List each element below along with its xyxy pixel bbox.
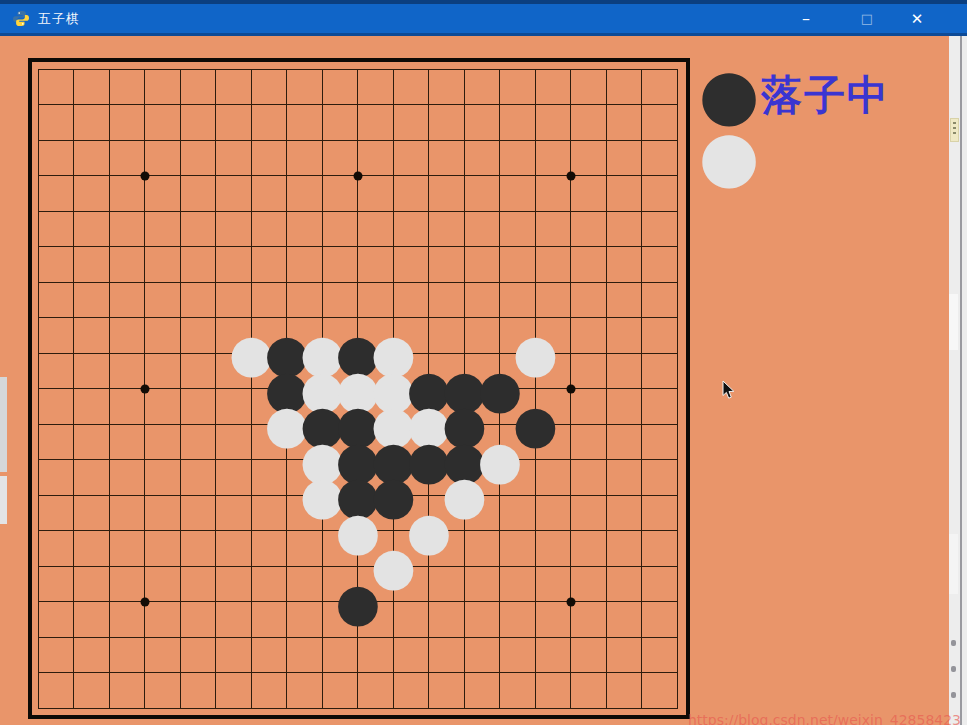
board-cell[interactable] <box>428 140 464 176</box>
board-cell[interactable] <box>144 388 180 424</box>
board-cell[interactable] <box>38 388 74 424</box>
board-cell[interactable] <box>393 211 429 247</box>
board-cell[interactable] <box>357 175 393 211</box>
board-cell[interactable] <box>251 353 287 389</box>
board-cell[interactable] <box>464 495 500 531</box>
board-cell[interactable] <box>215 246 251 282</box>
board-cell[interactable] <box>499 211 535 247</box>
board-cell[interactable] <box>180 246 216 282</box>
board-cell[interactable] <box>464 104 500 140</box>
board-cell[interactable] <box>180 317 216 353</box>
board-cell[interactable] <box>251 282 287 318</box>
board-cell[interactable] <box>73 672 109 708</box>
board-cell[interactable] <box>499 566 535 602</box>
board-cell[interactable] <box>109 388 145 424</box>
board-cell[interactable] <box>180 175 216 211</box>
board-cell[interactable] <box>535 495 571 531</box>
board-cell[interactable] <box>393 530 429 566</box>
board-cell[interactable] <box>606 424 642 460</box>
board-cell[interactable] <box>357 495 393 531</box>
board-cell[interactable] <box>641 211 677 247</box>
board-cell[interactable] <box>215 530 251 566</box>
board-cell[interactable] <box>606 601 642 637</box>
board-cell[interactable] <box>180 353 216 389</box>
board-cell[interactable] <box>322 211 358 247</box>
board-cell[interactable] <box>215 175 251 211</box>
board-cell[interactable] <box>606 104 642 140</box>
board-cell[interactable] <box>464 282 500 318</box>
board-cell[interactable] <box>73 140 109 176</box>
board-cell[interactable] <box>535 566 571 602</box>
board-cell[interactable] <box>606 566 642 602</box>
board-cell[interactable] <box>464 566 500 602</box>
board-cell[interactable] <box>641 69 677 105</box>
board-cell[interactable] <box>535 211 571 247</box>
board-cell[interactable] <box>606 246 642 282</box>
board-cell[interactable] <box>144 637 180 673</box>
board-cell[interactable] <box>641 388 677 424</box>
board-cell[interactable] <box>215 69 251 105</box>
board-cell[interactable] <box>180 566 216 602</box>
minimize-button[interactable]: – <box>783 4 829 33</box>
board-cell[interactable] <box>464 637 500 673</box>
board-cell[interactable] <box>286 424 322 460</box>
board-cell[interactable] <box>499 104 535 140</box>
board-cell[interactable] <box>535 69 571 105</box>
board-cell[interactable] <box>286 459 322 495</box>
board-cell[interactable] <box>109 459 145 495</box>
board-cell[interactable] <box>641 459 677 495</box>
board-cell[interactable] <box>38 637 74 673</box>
board-cell[interactable] <box>215 353 251 389</box>
board-cell[interactable] <box>144 246 180 282</box>
board-cell[interactable] <box>357 601 393 637</box>
board-cell[interactable] <box>393 566 429 602</box>
board-cell[interactable] <box>215 140 251 176</box>
board-cell[interactable] <box>251 211 287 247</box>
board-cell[interactable] <box>73 424 109 460</box>
board-cell[interactable] <box>322 104 358 140</box>
board-cell[interactable] <box>499 530 535 566</box>
board-cell[interactable] <box>180 672 216 708</box>
board-cell[interactable] <box>144 601 180 637</box>
board-cell[interactable] <box>215 104 251 140</box>
board-cell[interactable] <box>38 601 74 637</box>
board-cell[interactable] <box>641 282 677 318</box>
board-cell[interactable] <box>606 495 642 531</box>
board-cell[interactable] <box>499 601 535 637</box>
board-cell[interactable] <box>144 140 180 176</box>
board-cell[interactable] <box>251 672 287 708</box>
board-cell[interactable] <box>180 211 216 247</box>
board-cell[interactable] <box>606 637 642 673</box>
board-cell[interactable] <box>464 672 500 708</box>
board-cell[interactable] <box>570 388 606 424</box>
board-cell[interactable] <box>641 566 677 602</box>
board-cell[interactable] <box>73 211 109 247</box>
board-cell[interactable] <box>606 459 642 495</box>
board-cell[interactable] <box>428 601 464 637</box>
board-cell[interactable] <box>215 566 251 602</box>
board-cell[interactable] <box>180 424 216 460</box>
board-cell[interactable] <box>286 282 322 318</box>
board-cell[interactable] <box>428 495 464 531</box>
board-cell[interactable] <box>38 566 74 602</box>
board-cell[interactable] <box>251 246 287 282</box>
board-cell[interactable] <box>38 424 74 460</box>
board-cell[interactable] <box>535 530 571 566</box>
board-cell[interactable] <box>428 317 464 353</box>
board-cell[interactable] <box>144 495 180 531</box>
board-cell[interactable] <box>641 175 677 211</box>
board-cell[interactable] <box>180 601 216 637</box>
board-cell[interactable] <box>109 530 145 566</box>
board-cell[interactable] <box>535 353 571 389</box>
board-cell[interactable] <box>109 353 145 389</box>
board-cell[interactable] <box>464 353 500 389</box>
board-cell[interactable] <box>215 601 251 637</box>
board-cell[interactable] <box>73 282 109 318</box>
board-cell[interactable] <box>180 104 216 140</box>
board-cell[interactable] <box>322 140 358 176</box>
board-cell[interactable] <box>641 530 677 566</box>
board-cell[interactable] <box>251 495 287 531</box>
board-cell[interactable] <box>73 637 109 673</box>
board-cell[interactable] <box>357 140 393 176</box>
board-cell[interactable] <box>251 140 287 176</box>
board-cell[interactable] <box>215 282 251 318</box>
board-cell[interactable] <box>357 104 393 140</box>
board-cell[interactable] <box>109 104 145 140</box>
board-cell[interactable] <box>570 530 606 566</box>
board-cell[interactable] <box>73 459 109 495</box>
board-cell[interactable] <box>286 637 322 673</box>
board-cell[interactable] <box>570 104 606 140</box>
board-cell[interactable] <box>286 175 322 211</box>
board-cell[interactable] <box>322 530 358 566</box>
board-cell[interactable] <box>499 175 535 211</box>
board-cell[interactable] <box>322 672 358 708</box>
board-cell[interactable] <box>570 211 606 247</box>
board-cell[interactable] <box>606 175 642 211</box>
board-cell[interactable] <box>144 69 180 105</box>
board-cell[interactable] <box>428 353 464 389</box>
board-cell[interactable] <box>464 175 500 211</box>
board-cell[interactable] <box>144 566 180 602</box>
board-cell[interactable] <box>499 459 535 495</box>
board-cell[interactable] <box>73 566 109 602</box>
board-cell[interactable] <box>606 317 642 353</box>
board-cell[interactable] <box>322 175 358 211</box>
board-cell[interactable] <box>499 495 535 531</box>
board-cell[interactable] <box>180 459 216 495</box>
board-cell[interactable] <box>641 637 677 673</box>
board-cell[interactable] <box>428 530 464 566</box>
board-cell[interactable] <box>393 317 429 353</box>
board-cell[interactable] <box>641 353 677 389</box>
board-cell[interactable] <box>180 637 216 673</box>
board-cell[interactable] <box>180 530 216 566</box>
board-cell[interactable] <box>109 637 145 673</box>
board-cell[interactable] <box>357 530 393 566</box>
board-cell[interactable] <box>286 672 322 708</box>
board-cell[interactable] <box>570 566 606 602</box>
board-cell[interactable] <box>322 388 358 424</box>
board-cell[interactable] <box>606 211 642 247</box>
board-cell[interactable] <box>109 246 145 282</box>
board-cell[interactable] <box>535 601 571 637</box>
board-cell[interactable] <box>215 637 251 673</box>
board-cell[interactable] <box>464 530 500 566</box>
board-cell[interactable] <box>428 211 464 247</box>
board-cell[interactable] <box>357 317 393 353</box>
board-cell[interactable] <box>641 601 677 637</box>
board-cell[interactable] <box>73 246 109 282</box>
board-cell[interactable] <box>535 637 571 673</box>
board-cell[interactable] <box>215 459 251 495</box>
board-cell[interactable] <box>428 246 464 282</box>
board-cell[interactable] <box>535 246 571 282</box>
board-cell[interactable] <box>535 424 571 460</box>
board-cell[interactable] <box>570 459 606 495</box>
board-cell[interactable] <box>251 601 287 637</box>
board-cell[interactable] <box>38 353 74 389</box>
board-cell[interactable] <box>535 459 571 495</box>
board-cell[interactable] <box>428 388 464 424</box>
board-cell[interactable] <box>286 530 322 566</box>
board-cell[interactable] <box>641 317 677 353</box>
board-cell[interactable] <box>570 601 606 637</box>
board-cell[interactable] <box>109 317 145 353</box>
board-cell[interactable] <box>428 175 464 211</box>
board-cell[interactable] <box>393 69 429 105</box>
board-cell[interactable] <box>286 69 322 105</box>
board-cell[interactable] <box>357 566 393 602</box>
board-cell[interactable] <box>109 140 145 176</box>
board-cell[interactable] <box>357 246 393 282</box>
board-cell[interactable] <box>144 175 180 211</box>
board-cell[interactable] <box>357 672 393 708</box>
board-cell[interactable] <box>109 282 145 318</box>
board-cell[interactable] <box>38 459 74 495</box>
board-cell[interactable] <box>570 424 606 460</box>
board-cell[interactable] <box>38 672 74 708</box>
board-cell[interactable] <box>428 459 464 495</box>
board-cell[interactable] <box>73 353 109 389</box>
board-cell[interactable] <box>38 530 74 566</box>
board-cell[interactable] <box>393 353 429 389</box>
board-cell[interactable] <box>322 246 358 282</box>
board-cell[interactable] <box>144 672 180 708</box>
board-cell[interactable] <box>641 495 677 531</box>
board-cell[interactable] <box>393 637 429 673</box>
board-cell[interactable] <box>570 317 606 353</box>
board-cell[interactable] <box>109 672 145 708</box>
board-cell[interactable] <box>286 495 322 531</box>
board-cell[interactable] <box>109 424 145 460</box>
board-cell[interactable] <box>606 530 642 566</box>
board-cell[interactable] <box>641 246 677 282</box>
board-cell[interactable] <box>641 424 677 460</box>
board-cell[interactable] <box>393 104 429 140</box>
board-cell[interactable] <box>251 459 287 495</box>
board-cell[interactable] <box>322 282 358 318</box>
board-cell[interactable] <box>144 353 180 389</box>
board-cell[interactable] <box>393 388 429 424</box>
board-cell[interactable] <box>286 388 322 424</box>
board-cell[interactable] <box>606 672 642 708</box>
board-cell[interactable] <box>535 282 571 318</box>
board-cell[interactable] <box>357 211 393 247</box>
board-cell[interactable] <box>535 104 571 140</box>
board-cell[interactable] <box>215 672 251 708</box>
board-cell[interactable] <box>38 69 74 105</box>
board-cell[interactable] <box>464 317 500 353</box>
board-cell[interactable] <box>215 388 251 424</box>
board-cell[interactable] <box>38 140 74 176</box>
board-cell[interactable] <box>286 353 322 389</box>
board-cell[interactable] <box>570 282 606 318</box>
board-cell[interactable] <box>322 69 358 105</box>
board-cell[interactable] <box>499 282 535 318</box>
board-cell[interactable] <box>499 317 535 353</box>
board-cell[interactable] <box>180 495 216 531</box>
board-cell[interactable] <box>322 353 358 389</box>
board-cell[interactable] <box>286 566 322 602</box>
board-cell[interactable] <box>606 140 642 176</box>
board-cell[interactable] <box>357 459 393 495</box>
board-cell[interactable] <box>464 246 500 282</box>
board-cell[interactable] <box>38 175 74 211</box>
board-cell[interactable] <box>251 69 287 105</box>
title-bar[interactable]: 五子棋 – □ ✕ <box>0 0 967 36</box>
board-cell[interactable] <box>535 672 571 708</box>
board-cell[interactable] <box>286 104 322 140</box>
board-cell[interactable] <box>73 69 109 105</box>
board-cell[interactable] <box>38 495 74 531</box>
board-cell[interactable] <box>251 175 287 211</box>
board-cell[interactable] <box>641 672 677 708</box>
board-cell[interactable] <box>73 530 109 566</box>
board-cell[interactable] <box>393 672 429 708</box>
board-cell[interactable] <box>606 282 642 318</box>
board-cell[interactable] <box>215 495 251 531</box>
board-cell[interactable] <box>499 246 535 282</box>
board-cell[interactable] <box>251 104 287 140</box>
board-cell[interactable] <box>286 211 322 247</box>
board-cell[interactable] <box>464 424 500 460</box>
board-cell[interactable] <box>38 317 74 353</box>
board-cell[interactable] <box>73 495 109 531</box>
board-cell[interactable] <box>357 637 393 673</box>
board-cell[interactable] <box>109 601 145 637</box>
board-cell[interactable] <box>606 388 642 424</box>
board-cell[interactable] <box>641 104 677 140</box>
board-cell[interactable] <box>357 69 393 105</box>
board-cell[interactable] <box>322 566 358 602</box>
board-cell[interactable] <box>499 672 535 708</box>
board-cell[interactable] <box>428 69 464 105</box>
board-cell[interactable] <box>570 495 606 531</box>
board-cell[interactable] <box>464 211 500 247</box>
board-cell[interactable] <box>570 246 606 282</box>
board-cell[interactable] <box>73 601 109 637</box>
board-cell[interactable] <box>357 282 393 318</box>
board-cell[interactable] <box>357 424 393 460</box>
board-cell[interactable] <box>570 140 606 176</box>
board-cell[interactable] <box>215 424 251 460</box>
board-cell[interactable] <box>251 317 287 353</box>
board-cell[interactable] <box>180 282 216 318</box>
board-cell[interactable] <box>393 282 429 318</box>
board-cell[interactable] <box>570 637 606 673</box>
board-cell[interactable] <box>464 69 500 105</box>
board-cell[interactable] <box>180 388 216 424</box>
board-cell[interactable] <box>606 69 642 105</box>
board-cell[interactable] <box>535 175 571 211</box>
board-cell[interactable] <box>144 282 180 318</box>
board-cell[interactable] <box>251 566 287 602</box>
board-cell[interactable] <box>428 637 464 673</box>
board-cell[interactable] <box>322 459 358 495</box>
board-cell[interactable] <box>38 104 74 140</box>
board-cell[interactable] <box>38 246 74 282</box>
board-cell[interactable] <box>215 211 251 247</box>
board-cell[interactable] <box>499 69 535 105</box>
board-cell[interactable] <box>393 495 429 531</box>
board-cell[interactable] <box>393 601 429 637</box>
board-cell[interactable] <box>286 317 322 353</box>
board-cell[interactable] <box>393 140 429 176</box>
board-cell[interactable] <box>180 69 216 105</box>
board-cell[interactable] <box>322 601 358 637</box>
maximize-button[interactable]: □ <box>844 4 890 33</box>
board-cell[interactable] <box>322 637 358 673</box>
board-cell[interactable] <box>251 530 287 566</box>
board-cell[interactable] <box>144 317 180 353</box>
board-cell[interactable] <box>464 459 500 495</box>
board-cell[interactable] <box>144 211 180 247</box>
board-cell[interactable] <box>109 495 145 531</box>
board-cell[interactable] <box>215 317 251 353</box>
board-cell[interactable] <box>251 424 287 460</box>
board-cell[interactable] <box>144 530 180 566</box>
board-cell[interactable] <box>322 495 358 531</box>
board-cell[interactable] <box>464 601 500 637</box>
board-cell[interactable] <box>606 353 642 389</box>
board-cell[interactable] <box>499 424 535 460</box>
board-cell[interactable] <box>144 104 180 140</box>
board-cell[interactable] <box>535 317 571 353</box>
board-cell[interactable] <box>322 424 358 460</box>
board-cell[interactable] <box>428 672 464 708</box>
board-cell[interactable] <box>428 104 464 140</box>
board-cell[interactable] <box>428 282 464 318</box>
board-cell[interactable] <box>38 282 74 318</box>
board-cell[interactable] <box>393 246 429 282</box>
board-cell[interactable] <box>535 140 571 176</box>
board-cell[interactable] <box>180 140 216 176</box>
board-cell[interactable] <box>286 601 322 637</box>
board-cell[interactable] <box>428 566 464 602</box>
board-cell[interactable] <box>109 211 145 247</box>
board-cell[interactable] <box>499 140 535 176</box>
board-cell[interactable] <box>641 140 677 176</box>
board-cell[interactable] <box>499 353 535 389</box>
board-cell[interactable] <box>428 424 464 460</box>
board-cell[interactable] <box>109 69 145 105</box>
board-cell[interactable] <box>109 566 145 602</box>
